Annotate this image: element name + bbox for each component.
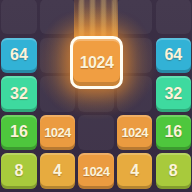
tile-1024: 1024 <box>78 153 113 188</box>
tile-16: 16 <box>156 115 191 150</box>
tile-64: 64 <box>156 38 191 73</box>
tile-1024: 1024 <box>40 115 75 150</box>
tile-8: 8 <box>1 153 36 188</box>
tile-32: 32 <box>156 76 191 111</box>
falling-tile-value: 1024 <box>80 54 114 72</box>
tile-4: 4 <box>40 153 75 188</box>
game-screen: 6464323216102410241684102448 1024 <box>0 0 192 192</box>
tile-32: 32 <box>1 76 36 111</box>
tile-1024: 1024 <box>117 115 152 150</box>
board-cell-r0c2[interactable] <box>78 0 113 34</box>
board-cell-r0c3[interactable] <box>117 0 152 34</box>
board-cell-r0c1[interactable] <box>40 0 75 34</box>
tile-64: 64 <box>1 38 36 73</box>
game-board[interactable]: 6464323216102410241684102448 1024 <box>0 0 192 192</box>
board-cell-r3c2[interactable] <box>78 115 113 150</box>
board-cell-r0c4[interactable] <box>156 0 191 34</box>
tile-4: 4 <box>117 153 152 188</box>
board-cell-r0c0[interactable] <box>1 0 36 34</box>
tile-8: 8 <box>156 153 191 188</box>
falling-tile-1024[interactable]: 1024 <box>70 36 123 89</box>
tile-16: 16 <box>1 115 36 150</box>
